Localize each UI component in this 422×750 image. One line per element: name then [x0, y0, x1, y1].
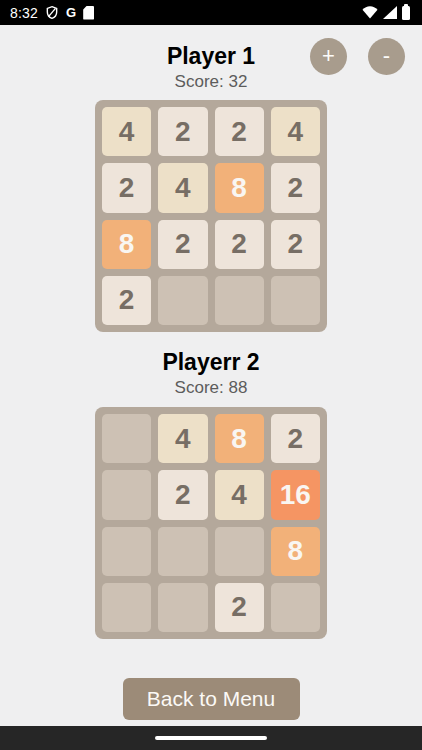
tile-2: 2 — [215, 107, 264, 156]
increase-score-button[interactable]: + — [310, 38, 347, 75]
player2-header: Playerr 2 Score: 88 — [0, 348, 422, 399]
clock: 8:32 — [10, 5, 38, 21]
player2-board[interactable]: 482241682 — [95, 407, 327, 639]
cell-signal-icon — [383, 6, 397, 19]
tile-2: 2 — [271, 414, 320, 463]
empty-cell — [215, 527, 264, 576]
empty-cell — [102, 583, 151, 632]
home-indicator[interactable] — [155, 736, 267, 740]
tile-2: 2 — [158, 470, 207, 519]
tile-8: 8 — [102, 220, 151, 269]
empty-cell — [102, 470, 151, 519]
empty-cell — [158, 276, 207, 325]
google-g-icon: G — [66, 5, 76, 20]
empty-cell — [158, 583, 207, 632]
game-screen: Player 1 Score: 32 + - 4224248282222 Pla… — [0, 25, 422, 726]
tile-2: 2 — [215, 220, 264, 269]
battery-icon — [402, 6, 410, 20]
tile-4: 4 — [158, 414, 207, 463]
tile-2: 2 — [271, 163, 320, 212]
tile-8: 8 — [271, 527, 320, 576]
player2-title: Playerr 2 — [0, 348, 422, 376]
sd-card-icon — [83, 6, 94, 20]
tile-2: 2 — [215, 583, 264, 632]
empty-cell — [102, 527, 151, 576]
android-navigation-bar — [0, 726, 422, 750]
tile-2: 2 — [102, 163, 151, 212]
tile-2: 2 — [102, 276, 151, 325]
tile-2: 2 — [158, 220, 207, 269]
tile-4: 4 — [271, 107, 320, 156]
decrease-score-button[interactable]: - — [368, 38, 405, 75]
tile-4: 4 — [158, 163, 207, 212]
wifi-icon — [362, 6, 378, 19]
shield-alert-icon — [45, 5, 59, 20]
tile-8: 8 — [215, 414, 264, 463]
score-controls: + - — [310, 38, 405, 75]
player1-board[interactable]: 4224248282222 — [95, 100, 327, 332]
status-bar: 8:32 G — [0, 0, 422, 25]
player2-score: Score: 88 — [0, 377, 422, 399]
tile-4: 4 — [215, 470, 264, 519]
back-to-menu-button[interactable]: Back to Menu — [123, 678, 300, 720]
empty-cell — [271, 276, 320, 325]
tile-4: 4 — [102, 107, 151, 156]
empty-cell — [158, 527, 207, 576]
empty-cell — [271, 583, 320, 632]
empty-cell — [215, 276, 264, 325]
tile-16: 16 — [271, 470, 320, 519]
tile-8: 8 — [215, 163, 264, 212]
tile-2: 2 — [271, 220, 320, 269]
tile-2: 2 — [158, 107, 207, 156]
player1-header: Player 1 Score: 32 + - — [0, 25, 422, 93]
empty-cell — [102, 414, 151, 463]
